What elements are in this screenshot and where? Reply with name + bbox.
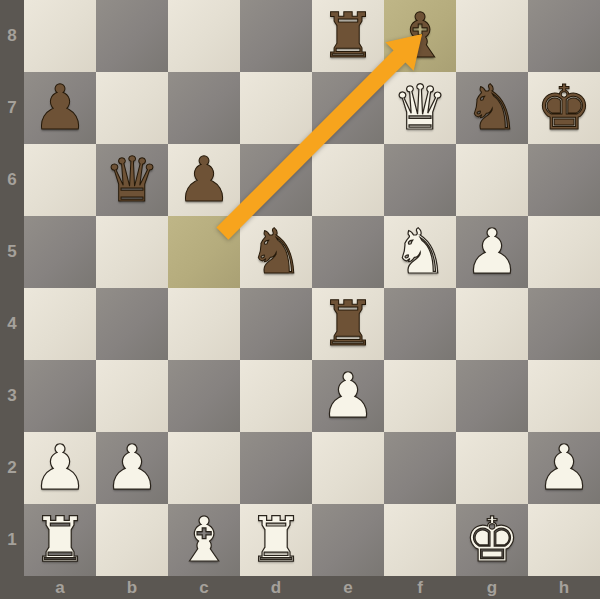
square-a6[interactable] bbox=[24, 144, 96, 216]
square-b2[interactable]: ♟ bbox=[96, 432, 168, 504]
rank-label-6: 6 bbox=[0, 144, 24, 216]
square-f7[interactable]: ♛ bbox=[384, 72, 456, 144]
piece-white-pawn[interactable]: ♟ bbox=[528, 432, 600, 504]
square-h2[interactable]: ♟ bbox=[528, 432, 600, 504]
square-a8[interactable] bbox=[24, 0, 96, 72]
file-label-a: a bbox=[24, 576, 96, 599]
piece-white-rook[interactable]: ♜ bbox=[24, 504, 96, 576]
square-f5[interactable]: ♞ bbox=[384, 216, 456, 288]
piece-black-knight[interactable]: ♞ bbox=[456, 72, 528, 144]
piece-white-rook[interactable]: ♜ bbox=[240, 504, 312, 576]
square-h8[interactable] bbox=[528, 0, 600, 72]
square-d8[interactable] bbox=[240, 0, 312, 72]
square-c1[interactable]: ♝ bbox=[168, 504, 240, 576]
square-e6[interactable] bbox=[312, 144, 384, 216]
square-c7[interactable] bbox=[168, 72, 240, 144]
piece-white-pawn[interactable]: ♟ bbox=[96, 432, 168, 504]
piece-white-pawn[interactable]: ♟ bbox=[24, 432, 96, 504]
square-h6[interactable] bbox=[528, 144, 600, 216]
square-h4[interactable] bbox=[528, 288, 600, 360]
square-b1[interactable] bbox=[96, 504, 168, 576]
file-label-e: e bbox=[312, 576, 384, 599]
piece-black-knight[interactable]: ♞ bbox=[240, 216, 312, 288]
square-b6[interactable]: ♛ bbox=[96, 144, 168, 216]
rank-label-1: 1 bbox=[0, 504, 24, 576]
square-d6[interactable] bbox=[240, 144, 312, 216]
piece-black-bishop[interactable]: ♝ bbox=[384, 0, 456, 72]
square-e7[interactable] bbox=[312, 72, 384, 144]
square-b3[interactable] bbox=[96, 360, 168, 432]
square-g2[interactable] bbox=[456, 432, 528, 504]
square-b8[interactable] bbox=[96, 0, 168, 72]
square-g3[interactable] bbox=[456, 360, 528, 432]
square-c5[interactable] bbox=[168, 216, 240, 288]
rank-label-3: 3 bbox=[0, 360, 24, 432]
file-label-c: c bbox=[168, 576, 240, 599]
piece-black-queen[interactable]: ♛ bbox=[96, 144, 168, 216]
piece-white-king[interactable]: ♚ bbox=[456, 504, 528, 576]
square-a5[interactable] bbox=[24, 216, 96, 288]
piece-white-pawn[interactable]: ♟ bbox=[312, 360, 384, 432]
file-label-g: g bbox=[456, 576, 528, 599]
chess-app: 87654321 ♜♝♟♛♞♚♛♟♞♞♟♜♟♟♟♟♜♝♜♚ abcdefgh bbox=[0, 0, 600, 599]
square-a7[interactable]: ♟ bbox=[24, 72, 96, 144]
file-label-h: h bbox=[528, 576, 600, 599]
piece-black-pawn[interactable]: ♟ bbox=[24, 72, 96, 144]
square-a4[interactable] bbox=[24, 288, 96, 360]
square-e4[interactable]: ♜ bbox=[312, 288, 384, 360]
piece-black-king[interactable]: ♚ bbox=[528, 72, 600, 144]
square-g4[interactable] bbox=[456, 288, 528, 360]
piece-white-knight[interactable]: ♞ bbox=[384, 216, 456, 288]
file-label-d: d bbox=[240, 576, 312, 599]
file-label-f: f bbox=[384, 576, 456, 599]
piece-black-rook[interactable]: ♜ bbox=[312, 288, 384, 360]
square-d3[interactable] bbox=[240, 360, 312, 432]
piece-black-rook[interactable]: ♜ bbox=[312, 0, 384, 72]
square-f8[interactable]: ♝ bbox=[384, 0, 456, 72]
square-e8[interactable]: ♜ bbox=[312, 0, 384, 72]
square-g8[interactable] bbox=[456, 0, 528, 72]
square-c6[interactable]: ♟ bbox=[168, 144, 240, 216]
square-a2[interactable]: ♟ bbox=[24, 432, 96, 504]
square-h3[interactable] bbox=[528, 360, 600, 432]
square-b5[interactable] bbox=[96, 216, 168, 288]
square-c4[interactable] bbox=[168, 288, 240, 360]
square-d7[interactable] bbox=[240, 72, 312, 144]
file-labels: abcdefgh bbox=[24, 576, 600, 599]
square-c8[interactable] bbox=[168, 0, 240, 72]
file-label-b: b bbox=[96, 576, 168, 599]
square-e5[interactable] bbox=[312, 216, 384, 288]
square-h7[interactable]: ♚ bbox=[528, 72, 600, 144]
square-h5[interactable] bbox=[528, 216, 600, 288]
square-f6[interactable] bbox=[384, 144, 456, 216]
square-e2[interactable] bbox=[312, 432, 384, 504]
piece-white-pawn[interactable]: ♟ bbox=[456, 216, 528, 288]
square-a3[interactable] bbox=[24, 360, 96, 432]
chess-board[interactable]: ♜♝♟♛♞♚♛♟♞♞♟♜♟♟♟♟♜♝♜♚ bbox=[24, 0, 600, 576]
square-d2[interactable] bbox=[240, 432, 312, 504]
square-g1[interactable]: ♚ bbox=[456, 504, 528, 576]
rank-labels: 87654321 bbox=[0, 0, 24, 576]
piece-white-bishop[interactable]: ♝ bbox=[168, 504, 240, 576]
rank-label-2: 2 bbox=[0, 432, 24, 504]
square-g5[interactable]: ♟ bbox=[456, 216, 528, 288]
square-f4[interactable] bbox=[384, 288, 456, 360]
square-f1[interactable] bbox=[384, 504, 456, 576]
square-g7[interactable]: ♞ bbox=[456, 72, 528, 144]
square-b4[interactable] bbox=[96, 288, 168, 360]
square-a1[interactable]: ♜ bbox=[24, 504, 96, 576]
square-f2[interactable] bbox=[384, 432, 456, 504]
rank-label-4: 4 bbox=[0, 288, 24, 360]
rank-label-8: 8 bbox=[0, 0, 24, 72]
square-e1[interactable] bbox=[312, 504, 384, 576]
square-c3[interactable] bbox=[168, 360, 240, 432]
square-d1[interactable]: ♜ bbox=[240, 504, 312, 576]
square-b7[interactable] bbox=[96, 72, 168, 144]
square-h1[interactable] bbox=[528, 504, 600, 576]
piece-white-queen[interactable]: ♛ bbox=[384, 72, 456, 144]
square-e3[interactable]: ♟ bbox=[312, 360, 384, 432]
square-d4[interactable] bbox=[240, 288, 312, 360]
piece-black-pawn[interactable]: ♟ bbox=[168, 144, 240, 216]
square-d5[interactable]: ♞ bbox=[240, 216, 312, 288]
rank-label-5: 5 bbox=[0, 216, 24, 288]
square-f3[interactable] bbox=[384, 360, 456, 432]
square-g6[interactable] bbox=[456, 144, 528, 216]
square-c2[interactable] bbox=[168, 432, 240, 504]
rank-label-7: 7 bbox=[0, 72, 24, 144]
